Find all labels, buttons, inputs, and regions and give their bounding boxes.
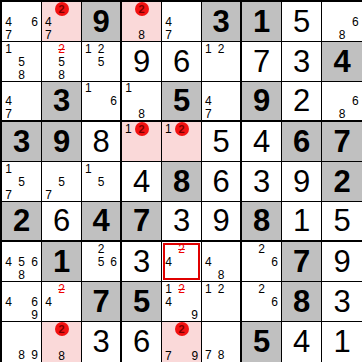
candidate-2: 2 — [95, 42, 108, 55]
cell-r3c5[interactable]: 5 — [162, 82, 202, 122]
pencil-marks: 582 — [42, 42, 81, 81]
cell-r8c5[interactable]: 1492 — [162, 282, 202, 322]
pencil-marks: 26 — [242, 242, 281, 281]
candidate-8: 8 — [215, 268, 228, 281]
candidate-5: 5 — [55, 175, 68, 188]
candidate-4: 4 — [2, 295, 15, 308]
circled-candidate-2-marker: 2 — [55, 2, 69, 16]
pencil-marks: 12 — [202, 282, 240, 321]
candidate-1: 1 — [122, 82, 135, 95]
candidate-8: 8 — [135, 29, 149, 42]
cell-r3c9[interactable]: 68 — [322, 82, 362, 122]
cell-r6c5[interactable]: 3 — [162, 202, 202, 242]
cell-r6c3[interactable]: 4 — [82, 202, 122, 242]
given-digit: 2 — [322, 162, 362, 201]
pencil-marks: 15 — [82, 162, 120, 201]
cell-r9c5[interactable]: 792 — [162, 322, 202, 362]
candidate-4: 4 — [162, 15, 175, 28]
cell-r2c4[interactable]: 9 — [122, 42, 162, 82]
candidate-7: 7 — [2, 28, 15, 41]
solved-digit: 3 — [242, 162, 281, 201]
cell-r5c6[interactable]: 6 — [202, 162, 242, 202]
given-digit: 7 — [82, 282, 120, 321]
solved-digit: 4 — [242, 122, 281, 161]
solved-digit: 5 — [202, 122, 240, 161]
given-digit: 1 — [242, 2, 281, 41]
solved-digit: 7 — [242, 42, 281, 81]
circled-candidate-2-marker: 2 — [175, 122, 189, 136]
candidate-1: 1 — [82, 82, 95, 95]
cell-r5c3[interactable]: 15 — [82, 162, 122, 202]
cell-r7c4[interactable]: 3 — [122, 242, 162, 282]
cell-r4c9[interactable]: 7 — [322, 122, 362, 162]
candidate-7: 7 — [162, 28, 175, 41]
candidate-8: 8 — [215, 349, 228, 362]
cell-r3c2[interactable]: 3 — [42, 82, 82, 122]
cell-r2c2[interactable]: 582 — [42, 42, 82, 82]
candidate-2: 2 — [255, 242, 268, 255]
cell-r2c9[interactable]: 4 — [322, 42, 362, 82]
given-digit: 8 — [242, 202, 281, 240]
solved-digit: 6 — [162, 42, 201, 81]
cell-r4c5[interactable]: 12 — [162, 122, 202, 162]
given-digit: 7 — [322, 122, 362, 161]
cell-r1c7[interactable]: 1 — [242, 2, 282, 42]
candidate-2: 2 — [255, 282, 268, 295]
pencil-marks: 26 — [242, 282, 281, 321]
candidate-7: 7 — [202, 349, 215, 362]
pencil-marks: 157 — [2, 162, 41, 201]
given-digit: 9 — [242, 82, 281, 120]
candidate-5: 5 — [55, 55, 68, 68]
candidate-4: 4 — [2, 15, 15, 28]
eliminated-candidate-2: 2 — [55, 282, 68, 295]
candidate-5: 5 — [95, 255, 108, 268]
cell-r6c9[interactable]: 5 — [322, 202, 362, 242]
cell-r8c9[interactable]: 3 — [322, 282, 362, 322]
solved-digit: 8 — [82, 122, 120, 161]
candidate-8: 8 — [15, 68, 28, 81]
cell-r8c1[interactable]: 469 — [2, 282, 42, 322]
candidate-2: 2 — [95, 242, 108, 255]
circled-candidate-2: 2 — [175, 122, 189, 136]
given-digit: 8 — [162, 162, 201, 201]
candidate-6: 6 — [107, 95, 120, 108]
candidate-4: 4 — [162, 255, 175, 268]
given-digit: 4 — [322, 42, 362, 81]
cell-r8c3[interactable]: 7 — [82, 282, 122, 322]
circled-candidate-2-marker: 2 — [175, 322, 189, 336]
candidate-1: 1 — [122, 122, 135, 136]
cell-r4c6[interactable]: 5 — [202, 122, 242, 162]
eliminated-candidate-2: 2 — [175, 282, 188, 295]
candidate-6: 6 — [349, 15, 362, 28]
pencil-marks: 89 — [2, 322, 41, 362]
cell-r6c7[interactable]: 8 — [242, 202, 282, 242]
candidate-8: 8 — [15, 268, 28, 281]
circled-candidate-2: 2 — [55, 322, 69, 336]
solved-digit: 3 — [282, 42, 321, 81]
candidate-1: 1 — [82, 42, 95, 55]
circled-candidate-2-marker: 2 — [135, 2, 149, 16]
pencil-marks: 4568 — [2, 242, 41, 281]
pencil-marks: 125 — [82, 42, 120, 81]
solved-digit: 1 — [322, 322, 362, 362]
given-digit: 3 — [2, 122, 41, 161]
pencil-marks: 12 — [122, 122, 161, 161]
cell-r1c3[interactable]: 9 — [82, 2, 122, 42]
pencil-marks: 1492 — [162, 282, 201, 321]
cell-r1c5[interactable]: 47 — [162, 2, 202, 42]
solved-digit: 3 — [122, 242, 161, 281]
given-digit: 3 — [42, 82, 81, 120]
cell-r9c9[interactable]: 1 — [322, 322, 362, 362]
pencil-marks: 57 — [42, 162, 81, 201]
cell-r1c6[interactable]: 3 — [202, 2, 242, 42]
candidate-5: 5 — [95, 55, 108, 68]
solved-digit: 2 — [282, 82, 321, 120]
candidate-1: 1 — [2, 42, 15, 55]
pencil-marks: 68 — [322, 2, 362, 41]
cell-r1c9[interactable]: 68 — [322, 2, 362, 42]
candidate-8: 8 — [135, 107, 148, 120]
pencil-marks: 472 — [42, 2, 81, 41]
cell-r4c2[interactable]: 9 — [42, 122, 82, 162]
cell-r6c4[interactable]: 7 — [122, 202, 162, 242]
pencil-marks: 47 — [2, 82, 41, 120]
cell-r1c4[interactable]: 82 — [122, 2, 162, 42]
given-digit: 9 — [82, 2, 120, 41]
candidate-8: 8 — [335, 28, 348, 41]
cell-r8c4[interactable]: 5 — [122, 282, 162, 322]
given-digit: 8 — [282, 282, 321, 321]
pencil-marks: 467 — [2, 2, 41, 41]
cell-r7c9[interactable]: 9 — [322, 242, 362, 282]
given-digit: 7 — [282, 242, 321, 281]
pencil-marks: 82 — [122, 2, 161, 41]
candidate-4: 4 — [42, 295, 55, 308]
cell-r7c3[interactable]: 256 — [82, 242, 122, 282]
solved-digit: 9 — [282, 162, 321, 201]
cell-r9c4[interactable]: 6 — [122, 322, 162, 362]
given-digit: 3 — [202, 2, 240, 41]
cell-r3c1[interactable]: 47 — [2, 82, 42, 122]
pencil-marks: 78 — [202, 322, 240, 362]
cell-r9c7[interactable]: 5 — [242, 322, 282, 362]
cell-r3c3[interactable]: 16 — [82, 82, 122, 122]
cell-r9c1[interactable]: 89 — [2, 322, 42, 362]
given-digit: 5 — [122, 282, 161, 321]
pencil-marks: 47 — [162, 2, 201, 41]
pencil-marks: 42 — [162, 242, 201, 281]
solved-digit: 3 — [322, 282, 362, 321]
candidate-6: 6 — [28, 255, 41, 268]
cell-r4c3[interactable]: 8 — [82, 122, 122, 162]
cell-r2c1[interactable]: 158 — [2, 42, 42, 82]
solved-digit: 5 — [282, 2, 321, 41]
candidate-7: 7 — [2, 188, 15, 201]
solved-digit: 6 — [202, 162, 240, 201]
given-digit: 7 — [122, 202, 161, 240]
cell-r5c9[interactable]: 2 — [322, 162, 362, 202]
cell-r3c8[interactable]: 2 — [282, 82, 322, 122]
given-digit: 9 — [42, 122, 81, 161]
pencil-marks: 469 — [2, 282, 41, 321]
candidate-5: 5 — [15, 55, 28, 68]
cell-r7c7[interactable]: 26 — [242, 242, 282, 282]
cell-r4c8[interactable]: 6 — [282, 122, 322, 162]
candidate-6: 6 — [28, 15, 41, 28]
candidate-4: 4 — [2, 255, 15, 268]
candidate-6: 6 — [268, 255, 281, 268]
candidate-1: 1 — [82, 162, 95, 175]
solved-digit: 3 — [82, 322, 120, 362]
cell-r5c2[interactable]: 57 — [42, 162, 82, 202]
cell-r7c5[interactable]: 42 — [162, 242, 202, 282]
pencil-marks: 12 — [162, 122, 201, 161]
cell-r1c8[interactable]: 5 — [282, 2, 322, 42]
pencil-marks: 18 — [122, 82, 161, 120]
cell-r9c8[interactable]: 4 — [282, 322, 322, 362]
cell-r5c8[interactable]: 9 — [282, 162, 322, 202]
solved-digit: 3 — [162, 202, 201, 240]
pencil-marks: 42 — [42, 282, 81, 321]
candidate-7: 7 — [2, 107, 15, 120]
cell-r2c7[interactable]: 7 — [242, 42, 282, 82]
candidate-5: 5 — [95, 175, 108, 188]
solved-digit: 9 — [202, 202, 240, 240]
candidate-2: 2 — [215, 42, 228, 55]
cell-r2c6[interactable]: 12 — [202, 42, 242, 82]
eliminated-candidate-2: 2 — [175, 242, 188, 255]
circled-candidate-2: 2 — [135, 2, 149, 16]
candidate-8: 8 — [55, 349, 69, 362]
cell-r9c2[interactable]: 82 — [42, 322, 82, 362]
candidate-4: 4 — [42, 16, 55, 29]
candidate-4: 4 — [2, 95, 15, 108]
sudoku-board: 4674729824731568158582125961273447316185… — [0, 0, 362, 362]
circled-candidate-2-marker: 2 — [55, 322, 69, 336]
candidate-9: 9 — [188, 308, 201, 321]
candidate-7: 7 — [42, 29, 55, 42]
solved-digit: 6 — [122, 322, 161, 362]
given-digit: 1 — [42, 242, 81, 281]
candidate-5: 5 — [15, 255, 28, 268]
candidate-7: 7 — [162, 349, 175, 362]
cell-r6c6[interactable]: 9 — [202, 202, 242, 242]
circled-candidate-2: 2 — [135, 122, 149, 136]
cell-r5c4[interactable]: 4 — [122, 162, 162, 202]
cell-r8c2[interactable]: 42 — [42, 282, 82, 322]
pencil-marks: 158 — [2, 42, 41, 81]
cell-r2c5[interactable]: 6 — [162, 42, 202, 82]
candidate-4: 4 — [162, 295, 175, 308]
cell-r5c1[interactable]: 157 — [2, 162, 42, 202]
cell-r4c4[interactable]: 12 — [122, 122, 162, 162]
candidate-1: 1 — [162, 282, 175, 295]
cell-r3c7[interactable]: 9 — [242, 82, 282, 122]
cell-r6c2[interactable]: 6 — [42, 202, 82, 242]
cell-r4c1[interactable]: 3 — [2, 122, 42, 162]
cell-r8c8[interactable]: 8 — [282, 282, 322, 322]
solved-digit: 1 — [282, 202, 321, 240]
candidate-8: 8 — [335, 107, 348, 120]
pencil-marks: 256 — [82, 242, 120, 281]
given-digit: 5 — [242, 322, 281, 362]
pencil-marks: 68 — [322, 82, 362, 120]
candidate-6: 6 — [349, 95, 362, 108]
cell-r2c8[interactable]: 3 — [282, 42, 322, 82]
candidate-7: 7 — [202, 107, 215, 120]
candidate-6: 6 — [28, 295, 41, 308]
solved-digit: 4 — [122, 162, 161, 201]
pencil-marks: 792 — [162, 322, 201, 362]
candidate-2: 2 — [215, 282, 228, 295]
cell-r7c2[interactable]: 1 — [42, 242, 82, 282]
cell-r7c6[interactable]: 48 — [202, 242, 242, 282]
candidate-9: 9 — [28, 349, 41, 362]
cell-r5c7[interactable]: 3 — [242, 162, 282, 202]
cell-r6c8[interactable]: 1 — [282, 202, 322, 242]
candidate-9: 9 — [189, 349, 202, 362]
cell-r9c6[interactable]: 78 — [202, 322, 242, 362]
candidate-5: 5 — [15, 175, 28, 188]
candidate-4: 4 — [202, 255, 215, 268]
cell-r2c3[interactable]: 125 — [82, 42, 122, 82]
given-digit: 6 — [282, 122, 321, 161]
cell-r8c7[interactable]: 26 — [242, 282, 282, 322]
cell-r3c6[interactable]: 47 — [202, 82, 242, 122]
solved-digit: 9 — [122, 42, 161, 81]
cell-r7c8[interactable]: 7 — [282, 242, 322, 282]
cell-r1c2[interactable]: 472 — [42, 2, 82, 42]
candidate-8: 8 — [15, 349, 28, 362]
solved-digit: 9 — [322, 242, 362, 281]
pencil-marks: 82 — [42, 322, 81, 362]
candidate-1: 1 — [202, 42, 215, 55]
solved-digit: 4 — [282, 322, 321, 362]
pencil-marks: 47 — [202, 82, 240, 120]
candidate-8: 8 — [55, 68, 68, 81]
solved-digit: 6 — [42, 202, 81, 240]
pencil-marks: 48 — [202, 242, 240, 281]
candidate-1: 1 — [202, 282, 215, 295]
candidate-9: 9 — [28, 308, 41, 321]
candidate-6: 6 — [268, 295, 281, 308]
cell-r8c6[interactable]: 12 — [202, 282, 242, 322]
candidate-6: 6 — [107, 255, 120, 268]
cell-r9c3[interactable]: 3 — [82, 322, 122, 362]
cell-r6c1[interactable]: 2 — [2, 202, 42, 242]
eliminated-candidate-2: 2 — [55, 42, 68, 55]
circled-candidate-2: 2 — [175, 322, 189, 336]
cell-r4c7[interactable]: 4 — [242, 122, 282, 162]
pencil-marks: 16 — [82, 82, 120, 120]
given-digit: 4 — [82, 202, 120, 240]
circled-candidate-2: 2 — [55, 2, 69, 16]
given-digit: 2 — [2, 202, 41, 240]
candidate-1: 1 — [162, 122, 175, 136]
cell-r1c1[interactable]: 467 — [2, 2, 42, 42]
candidate-7: 7 — [42, 188, 55, 201]
solved-digit: 5 — [322, 202, 362, 240]
cell-r7c1[interactable]: 4568 — [2, 242, 42, 282]
cell-r3c4[interactable]: 18 — [122, 82, 162, 122]
pencil-marks: 12 — [202, 42, 240, 81]
cell-r5c5[interactable]: 8 — [162, 162, 202, 202]
candidate-4: 4 — [202, 95, 215, 108]
candidate-1: 1 — [2, 162, 15, 175]
given-digit: 5 — [162, 82, 201, 120]
circled-candidate-2-marker: 2 — [135, 122, 149, 136]
